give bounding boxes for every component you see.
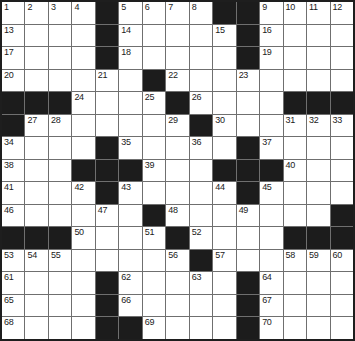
white-cell[interactable] (331, 25, 353, 47)
white-cell[interactable] (119, 92, 141, 114)
white-cell[interactable] (72, 70, 94, 92)
black-cell (307, 92, 329, 114)
white-cell[interactable] (166, 160, 188, 182)
white-cell[interactable] (190, 205, 212, 227)
white-cell[interactable] (72, 137, 94, 159)
clue-number: 10 (286, 2, 295, 12)
white-cell[interactable] (307, 182, 329, 204)
white-cell[interactable] (213, 227, 235, 249)
clue-number: 44 (215, 182, 224, 192)
white-cell[interactable] (49, 272, 71, 294)
black-cell (166, 92, 188, 114)
black-cell (2, 115, 24, 137)
black-cell (119, 160, 141, 182)
white-cell[interactable] (213, 92, 235, 114)
white-cell[interactable]: 24 (72, 92, 94, 114)
white-cell[interactable] (143, 25, 165, 47)
clue-number: 61 (4, 272, 13, 282)
white-cell[interactable] (143, 115, 165, 137)
white-cell[interactable] (307, 272, 329, 294)
white-cell[interactable]: 37 (260, 137, 282, 159)
white-cell[interactable] (49, 25, 71, 47)
black-cell (2, 227, 24, 249)
white-cell[interactable] (190, 317, 212, 339)
white-cell[interactable]: 66 (119, 295, 141, 317)
clue-number: 13 (4, 25, 13, 35)
white-cell[interactable] (143, 295, 165, 317)
white-cell[interactable] (143, 47, 165, 69)
white-cell[interactable] (119, 115, 141, 137)
white-cell[interactable]: 31 (284, 115, 306, 137)
clue-number: 56 (168, 250, 177, 260)
white-cell[interactable]: 11 (307, 2, 329, 24)
white-cell[interactable] (213, 137, 235, 159)
clue-number: 22 (168, 70, 177, 80)
black-cell (119, 317, 141, 339)
white-cell[interactable] (96, 227, 118, 249)
white-cell[interactable]: 67 (260, 295, 282, 317)
white-cell[interactable] (284, 317, 306, 339)
clue-number: 59 (309, 250, 318, 260)
black-cell (96, 295, 118, 317)
black-cell (237, 2, 259, 24)
clue-number: 18 (121, 47, 130, 57)
white-cell[interactable] (119, 250, 141, 272)
white-cell[interactable] (25, 25, 47, 47)
white-cell[interactable] (213, 47, 235, 69)
white-cell[interactable] (331, 160, 353, 182)
white-cell[interactable] (331, 182, 353, 204)
crossword-puzzle: 1234567891011121314151617181920212223242… (0, 0, 355, 341)
white-cell[interactable] (72, 205, 94, 227)
white-cell[interactable] (307, 160, 329, 182)
clue-number: 64 (262, 272, 271, 282)
white-cell[interactable] (25, 182, 47, 204)
white-cell[interactable] (307, 137, 329, 159)
white-cell[interactable] (166, 25, 188, 47)
white-cell[interactable] (72, 25, 94, 47)
clue-number: 1 (4, 2, 9, 12)
clue-number: 28 (51, 115, 60, 125)
white-cell[interactable] (307, 70, 329, 92)
white-cell[interactable] (96, 115, 118, 137)
clue-number: 6 (145, 2, 150, 12)
white-cell[interactable] (284, 70, 306, 92)
white-cell[interactable]: 10 (284, 2, 306, 24)
white-cell[interactable]: 43 (119, 182, 141, 204)
clue-number: 54 (27, 250, 36, 260)
white-cell[interactable] (49, 205, 71, 227)
clue-number: 65 (4, 295, 13, 305)
clue-number: 50 (74, 227, 83, 237)
white-cell[interactable] (190, 182, 212, 204)
clue-number: 19 (262, 47, 271, 57)
clue-number: 29 (168, 115, 177, 125)
black-cell (237, 137, 259, 159)
clue-number: 34 (4, 137, 13, 147)
white-cell[interactable] (213, 295, 235, 317)
black-cell (96, 2, 118, 24)
clue-number: 68 (4, 317, 13, 327)
black-cell (49, 227, 71, 249)
white-cell[interactable] (260, 115, 282, 137)
black-cell (96, 25, 118, 47)
black-cell (284, 227, 306, 249)
clue-number: 30 (215, 115, 224, 125)
clue-number: 53 (4, 250, 13, 260)
white-cell[interactable]: 26 (190, 92, 212, 114)
white-cell[interactable] (25, 47, 47, 69)
white-cell[interactable]: 29 (166, 115, 188, 137)
clue-number: 39 (145, 160, 154, 170)
clue-number: 8 (192, 2, 197, 12)
white-cell[interactable]: 70 (260, 317, 282, 339)
clue-number: 23 (239, 70, 248, 80)
clue-number: 12 (333, 2, 342, 12)
white-cell[interactable]: 25 (143, 92, 165, 114)
white-cell[interactable] (119, 205, 141, 227)
white-cell[interactable] (72, 250, 94, 272)
black-cell (190, 115, 212, 137)
white-cell[interactable]: 34 (2, 137, 24, 159)
white-cell[interactable]: 3 (49, 2, 71, 24)
white-cell[interactable]: 15 (213, 25, 235, 47)
white-cell[interactable] (213, 70, 235, 92)
white-cell[interactable]: 27 (25, 115, 47, 137)
black-cell (213, 2, 235, 24)
white-cell[interactable] (166, 317, 188, 339)
black-cell (96, 272, 118, 294)
black-cell (2, 92, 24, 114)
white-cell[interactable]: 68 (2, 317, 24, 339)
white-cell[interactable] (72, 47, 94, 69)
black-cell (307, 227, 329, 249)
black-cell (213, 160, 235, 182)
white-cell[interactable] (119, 70, 141, 92)
white-cell[interactable]: 60 (331, 250, 353, 272)
white-cell[interactable] (284, 272, 306, 294)
black-cell (166, 227, 188, 249)
black-cell (49, 92, 71, 114)
white-cell[interactable]: 33 (331, 115, 353, 137)
white-cell[interactable] (260, 92, 282, 114)
white-cell[interactable]: 5 (119, 2, 141, 24)
white-cell[interactable] (96, 250, 118, 272)
white-cell[interactable] (119, 227, 141, 249)
black-cell (331, 227, 353, 249)
clue-number: 66 (121, 295, 130, 305)
white-cell[interactable]: 2 (25, 2, 47, 24)
white-cell[interactable] (49, 47, 71, 69)
white-cell[interactable] (284, 205, 306, 227)
white-cell[interactable] (143, 272, 165, 294)
white-cell[interactable]: 46 (2, 205, 24, 227)
clue-number: 2 (27, 2, 32, 12)
white-cell[interactable]: 38 (2, 160, 24, 182)
clue-number: 3 (51, 2, 56, 12)
clue-number: 11 (309, 2, 318, 12)
white-cell[interactable] (25, 317, 47, 339)
white-cell[interactable] (284, 182, 306, 204)
white-cell[interactable] (331, 317, 353, 339)
white-cell[interactable] (166, 47, 188, 69)
black-cell (25, 92, 47, 114)
white-cell[interactable]: 42 (72, 182, 94, 204)
white-cell[interactable] (166, 182, 188, 204)
clue-number: 70 (262, 317, 271, 327)
black-cell (237, 25, 259, 47)
black-cell (284, 92, 306, 114)
black-cell (331, 92, 353, 114)
clue-number: 7 (168, 2, 173, 12)
white-cell[interactable]: 41 (2, 182, 24, 204)
white-cell[interactable] (331, 272, 353, 294)
clue-number: 5 (121, 2, 126, 12)
black-cell (143, 70, 165, 92)
white-cell[interactable]: 61 (2, 272, 24, 294)
clue-number: 24 (74, 92, 83, 102)
clue-number: 32 (309, 115, 318, 125)
white-cell[interactable]: 39 (143, 160, 165, 182)
clue-number: 16 (262, 25, 271, 35)
clue-number: 63 (192, 272, 201, 282)
white-cell[interactable] (331, 137, 353, 159)
white-cell[interactable] (72, 115, 94, 137)
white-cell[interactable] (284, 137, 306, 159)
white-cell[interactable] (49, 317, 71, 339)
white-cell[interactable]: 13 (2, 25, 24, 47)
black-cell (96, 47, 118, 69)
clue-number: 21 (98, 70, 107, 80)
white-cell[interactable] (49, 295, 71, 317)
clue-number: 42 (74, 182, 83, 192)
white-cell[interactable] (213, 317, 235, 339)
clue-number: 62 (121, 272, 130, 282)
white-cell[interactable] (190, 160, 212, 182)
white-cell[interactable]: 62 (119, 272, 141, 294)
white-cell[interactable] (237, 250, 259, 272)
clue-number: 35 (121, 137, 130, 147)
black-cell (190, 250, 212, 272)
black-cell (96, 160, 118, 182)
black-cell (25, 227, 47, 249)
white-cell[interactable]: 63 (190, 272, 212, 294)
white-cell[interactable] (190, 25, 212, 47)
white-cell[interactable]: 59 (307, 250, 329, 272)
clue-number: 43 (121, 182, 130, 192)
clue-number: 17 (4, 47, 13, 57)
white-cell[interactable] (190, 295, 212, 317)
white-cell[interactable]: 19 (260, 47, 282, 69)
black-cell (237, 47, 259, 69)
white-cell[interactable] (72, 272, 94, 294)
white-cell[interactable]: 54 (25, 250, 47, 272)
black-cell (237, 160, 259, 182)
white-cell[interactable] (166, 295, 188, 317)
clue-number: 15 (215, 25, 224, 35)
white-cell[interactable] (237, 115, 259, 137)
black-cell (260, 160, 282, 182)
crossword-grid: 1234567891011121314151617181920212223242… (0, 0, 355, 341)
black-cell (331, 205, 353, 227)
white-cell[interactable]: 35 (119, 137, 141, 159)
white-cell[interactable]: 55 (49, 250, 71, 272)
black-cell (237, 317, 259, 339)
white-cell[interactable] (25, 272, 47, 294)
white-cell[interactable] (25, 205, 47, 227)
clue-number: 48 (168, 205, 177, 215)
clue-number: 69 (145, 317, 154, 327)
white-cell[interactable] (25, 295, 47, 317)
black-cell (72, 160, 94, 182)
white-cell[interactable] (331, 295, 353, 317)
white-cell[interactable] (260, 205, 282, 227)
white-cell[interactable]: 45 (260, 182, 282, 204)
white-cell[interactable]: 56 (166, 250, 188, 272)
white-cell[interactable] (307, 295, 329, 317)
white-cell[interactable]: 28 (49, 115, 71, 137)
white-cell[interactable] (307, 47, 329, 69)
white-cell[interactable] (25, 70, 47, 92)
white-cell[interactable] (331, 70, 353, 92)
clue-number: 33 (333, 115, 342, 125)
clue-number: 51 (145, 227, 154, 237)
clue-number: 14 (121, 25, 130, 35)
white-cell[interactable] (260, 227, 282, 249)
white-cell[interactable] (72, 295, 94, 317)
black-cell (96, 182, 118, 204)
clue-number: 60 (333, 250, 342, 260)
white-cell[interactable] (49, 182, 71, 204)
white-cell[interactable]: 32 (307, 115, 329, 137)
clue-number: 45 (262, 182, 271, 192)
white-cell[interactable]: 21 (96, 70, 118, 92)
white-cell[interactable] (49, 137, 71, 159)
white-cell[interactable] (166, 272, 188, 294)
white-cell[interactable]: 18 (119, 47, 141, 69)
white-cell[interactable] (25, 160, 47, 182)
clue-number: 67 (262, 295, 271, 305)
clue-number: 36 (192, 137, 201, 147)
white-cell[interactable]: 16 (260, 25, 282, 47)
white-cell[interactable]: 49 (237, 205, 259, 227)
white-cell[interactable]: 23 (237, 70, 259, 92)
white-cell[interactable]: 65 (2, 295, 24, 317)
white-cell[interactable]: 30 (213, 115, 235, 137)
clue-number: 9 (262, 2, 267, 12)
white-cell[interactable] (260, 250, 282, 272)
white-cell[interactable]: 36 (190, 137, 212, 159)
clue-number: 27 (27, 115, 36, 125)
clue-number: 37 (262, 137, 271, 147)
white-cell[interactable]: 17 (2, 47, 24, 69)
white-cell[interactable]: 69 (143, 317, 165, 339)
white-cell[interactable]: 9 (260, 2, 282, 24)
white-cell[interactable]: 48 (166, 205, 188, 227)
clue-number: 55 (51, 250, 60, 260)
white-cell[interactable] (284, 295, 306, 317)
black-cell (96, 137, 118, 159)
clue-number: 49 (239, 205, 248, 215)
white-cell[interactable] (284, 47, 306, 69)
white-cell[interactable]: 22 (166, 70, 188, 92)
white-cell[interactable]: 8 (190, 2, 212, 24)
white-cell[interactable] (72, 317, 94, 339)
white-cell[interactable] (213, 205, 235, 227)
clue-number: 38 (4, 160, 13, 170)
white-cell[interactable]: 52 (190, 227, 212, 249)
white-cell[interactable]: 64 (260, 272, 282, 294)
white-cell[interactable] (96, 92, 118, 114)
white-cell[interactable]: 12 (331, 2, 353, 24)
black-cell (237, 272, 259, 294)
white-cell[interactable] (25, 137, 47, 159)
clue-number: 4 (74, 2, 79, 12)
black-cell (96, 317, 118, 339)
white-cell[interactable]: 58 (284, 250, 306, 272)
white-cell[interactable] (237, 92, 259, 114)
clue-number: 25 (145, 92, 154, 102)
white-cell[interactable]: 4 (72, 2, 94, 24)
white-cell[interactable] (307, 317, 329, 339)
white-cell[interactable]: 47 (96, 205, 118, 227)
white-cell[interactable] (307, 205, 329, 227)
white-cell[interactable]: 57 (213, 250, 235, 272)
clue-number: 52 (192, 227, 201, 237)
white-cell[interactable]: 20 (2, 70, 24, 92)
white-cell[interactable]: 50 (72, 227, 94, 249)
white-cell[interactable] (307, 25, 329, 47)
white-cell[interactable]: 14 (119, 25, 141, 47)
white-cell[interactable] (284, 25, 306, 47)
black-cell (237, 182, 259, 204)
white-cell[interactable]: 44 (213, 182, 235, 204)
white-cell[interactable]: 1 (2, 2, 24, 24)
white-cell[interactable]: 51 (143, 227, 165, 249)
clue-number: 57 (215, 250, 224, 260)
black-cell (237, 295, 259, 317)
white-cell[interactable] (166, 137, 188, 159)
white-cell[interactable]: 53 (2, 250, 24, 272)
white-cell[interactable] (260, 70, 282, 92)
white-cell[interactable] (213, 272, 235, 294)
black-cell (143, 205, 165, 227)
white-cell[interactable] (237, 227, 259, 249)
white-cell[interactable]: 7 (166, 2, 188, 24)
clue-number: 58 (286, 250, 295, 260)
clue-number: 20 (4, 70, 13, 80)
white-cell[interactable] (143, 182, 165, 204)
white-cell[interactable]: 6 (143, 2, 165, 24)
clue-number: 41 (4, 182, 13, 192)
clue-number: 31 (286, 115, 295, 125)
white-cell[interactable] (331, 47, 353, 69)
white-cell[interactable] (143, 250, 165, 272)
white-cell[interactable] (190, 47, 212, 69)
clue-number: 26 (192, 92, 201, 102)
white-cell[interactable] (49, 70, 71, 92)
white-cell[interactable]: 40 (284, 160, 306, 182)
clue-number: 40 (286, 160, 295, 170)
clue-number: 47 (98, 205, 107, 215)
clue-number: 46 (4, 205, 13, 215)
white-cell[interactable] (190, 70, 212, 92)
white-cell[interactable] (143, 137, 165, 159)
white-cell[interactable] (49, 160, 71, 182)
